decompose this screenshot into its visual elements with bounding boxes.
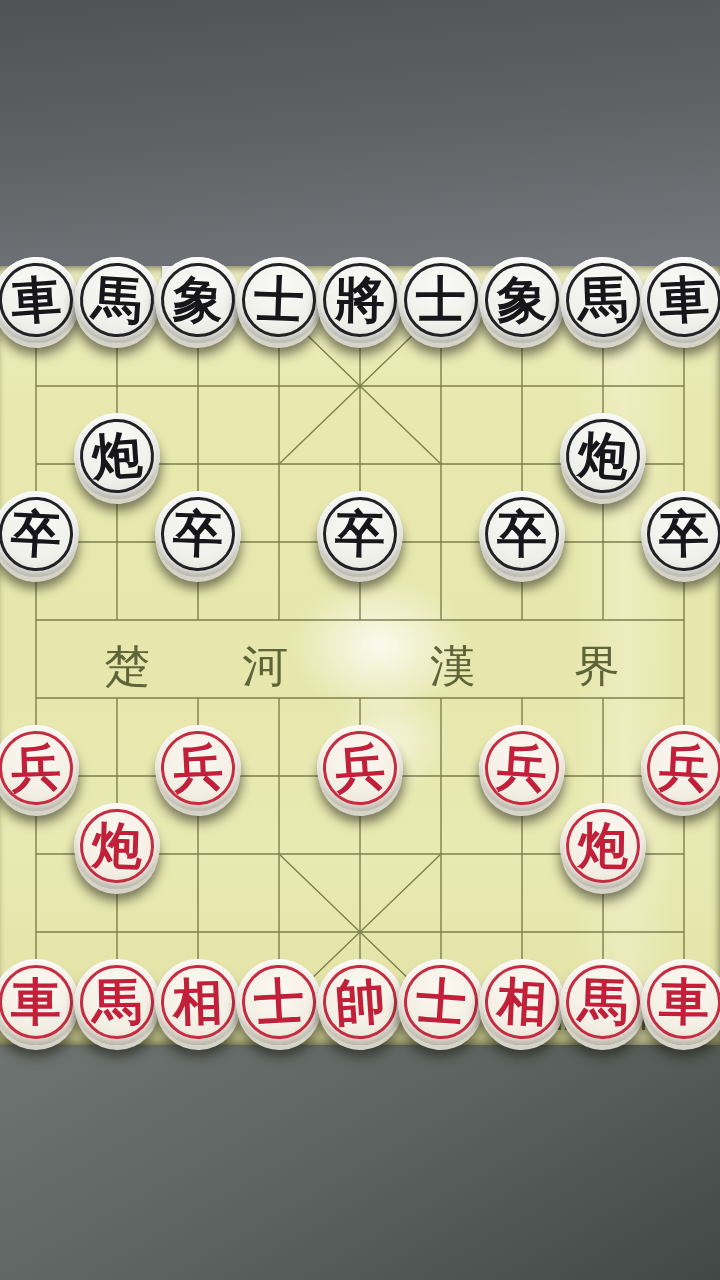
piece-black-車[interactable]: 車 bbox=[639, 255, 720, 345]
piece-red-車[interactable]: 車 bbox=[0, 959, 79, 1045]
piece-glyph: 炮 bbox=[73, 802, 162, 891]
pieces-layer: 車馬象士將士象馬車炮炮卒卒卒卒卒兵兵兵兵兵炮炮車馬相士帥士相馬車 bbox=[0, 266, 720, 1045]
piece-black-士[interactable]: 士 bbox=[235, 256, 324, 345]
piece-glyph: 車 bbox=[640, 958, 720, 1045]
piece-glyph: 象 bbox=[478, 256, 565, 343]
piece-glyph: 將 bbox=[316, 256, 403, 343]
piece-red-兵[interactable]: 兵 bbox=[0, 724, 80, 813]
piece-red-帥[interactable]: 帥 bbox=[314, 956, 406, 1048]
piece-glyph: 馬 bbox=[71, 254, 163, 346]
piece-glyph: 兵 bbox=[314, 722, 406, 814]
piece-glyph: 兵 bbox=[0, 724, 80, 813]
piece-glyph: 車 bbox=[0, 254, 82, 346]
screenshot-stage: 楚 河 漢 界 車馬象士將士象馬車炮炮卒卒卒卒卒兵兵兵兵兵炮炮車馬相士帥士相馬車 bbox=[0, 0, 720, 1280]
piece-red-士[interactable]: 士 bbox=[395, 956, 487, 1048]
piece-red-馬[interactable]: 馬 bbox=[73, 958, 160, 1045]
piece-glyph: 卒 bbox=[479, 491, 565, 577]
piece-black-馬[interactable]: 馬 bbox=[559, 256, 648, 345]
piece-black-車[interactable]: 車 bbox=[0, 254, 82, 346]
piece-red-炮[interactable]: 炮 bbox=[73, 802, 162, 891]
piece-black-炮[interactable]: 炮 bbox=[557, 410, 649, 502]
piece-black-卒[interactable]: 卒 bbox=[0, 489, 81, 579]
piece-black-馬[interactable]: 馬 bbox=[71, 254, 163, 346]
piece-red-兵[interactable]: 兵 bbox=[639, 723, 720, 813]
piece-red-相[interactable]: 相 bbox=[477, 957, 567, 1047]
piece-glyph: 兵 bbox=[153, 723, 243, 813]
piece-black-卒[interactable]: 卒 bbox=[640, 490, 720, 577]
piece-red-車[interactable]: 車 bbox=[640, 958, 720, 1045]
piece-black-卒[interactable]: 卒 bbox=[479, 491, 565, 577]
piece-glyph: 相 bbox=[154, 958, 243, 1047]
piece-glyph: 士 bbox=[234, 957, 324, 1047]
piece-glyph: 車 bbox=[0, 959, 79, 1045]
piece-glyph: 炮 bbox=[557, 410, 649, 502]
piece-red-馬[interactable]: 馬 bbox=[559, 958, 648, 1047]
piece-glyph: 象 bbox=[153, 255, 243, 345]
table-background-top bbox=[0, 0, 720, 266]
piece-red-士[interactable]: 士 bbox=[234, 957, 324, 1047]
piece-red-相[interactable]: 相 bbox=[154, 958, 243, 1047]
piece-red-炮[interactable]: 炮 bbox=[559, 802, 646, 889]
piece-glyph: 相 bbox=[477, 957, 567, 1047]
table-background-bottom bbox=[0, 1045, 720, 1280]
piece-black-將[interactable]: 將 bbox=[316, 256, 403, 343]
piece-red-兵[interactable]: 兵 bbox=[476, 722, 568, 814]
piece-glyph: 卒 bbox=[316, 490, 403, 577]
piece-red-兵[interactable]: 兵 bbox=[314, 722, 406, 814]
piece-glyph: 兵 bbox=[476, 722, 568, 814]
piece-black-卒[interactable]: 卒 bbox=[154, 490, 243, 579]
piece-glyph: 兵 bbox=[639, 723, 720, 813]
piece-black-士[interactable]: 士 bbox=[398, 257, 484, 343]
piece-glyph: 卒 bbox=[0, 489, 81, 579]
piece-black-象[interactable]: 象 bbox=[478, 256, 565, 343]
piece-glyph: 馬 bbox=[559, 256, 648, 345]
piece-black-炮[interactable]: 炮 bbox=[71, 410, 163, 502]
piece-glyph: 士 bbox=[395, 956, 487, 1048]
piece-glyph: 馬 bbox=[559, 958, 648, 1047]
piece-glyph: 卒 bbox=[640, 490, 720, 577]
piece-glyph: 帥 bbox=[314, 956, 406, 1048]
piece-glyph: 車 bbox=[639, 255, 720, 345]
piece-glyph: 士 bbox=[235, 256, 324, 345]
piece-red-兵[interactable]: 兵 bbox=[153, 723, 243, 813]
piece-black-象[interactable]: 象 bbox=[153, 255, 243, 345]
piece-glyph: 炮 bbox=[71, 410, 163, 502]
piece-glyph: 馬 bbox=[73, 958, 160, 1045]
piece-glyph: 卒 bbox=[154, 490, 243, 579]
piece-black-卒[interactable]: 卒 bbox=[316, 490, 403, 577]
piece-glyph: 炮 bbox=[559, 802, 646, 889]
piece-glyph: 士 bbox=[398, 257, 484, 343]
